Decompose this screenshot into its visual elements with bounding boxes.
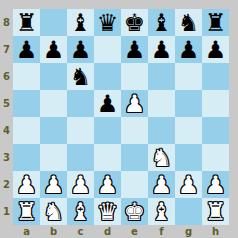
square-d2[interactable]: ♟ [94, 171, 121, 198]
file-label-a: a [13, 225, 40, 238]
rank-label-6: 6 [0, 63, 13, 90]
rank-label-5: 5 [0, 90, 13, 117]
piece-white-queen[interactable]: ♛ [97, 200, 119, 224]
piece-white-pawn[interactable]: ♟ [16, 173, 38, 197]
square-b8[interactable] [40, 9, 67, 36]
square-h5[interactable] [202, 90, 229, 117]
square-b3[interactable] [40, 144, 67, 171]
square-a8[interactable]: ♜ [13, 9, 40, 36]
square-g8[interactable]: ♞ [175, 9, 202, 36]
piece-white-pawn[interactable]: ♟ [70, 173, 92, 197]
square-e8[interactable]: ♚ [121, 9, 148, 36]
square-b6[interactable] [40, 63, 67, 90]
piece-black-rook[interactable]: ♜ [16, 11, 38, 35]
piece-white-bishop[interactable]: ♝ [151, 200, 173, 224]
square-g2[interactable]: ♟ [175, 171, 202, 198]
piece-black-pawn[interactable]: ♟ [124, 38, 146, 62]
square-e5[interactable]: ♟ [121, 90, 148, 117]
square-e6[interactable] [121, 63, 148, 90]
rank-label-7: 7 [0, 36, 13, 63]
piece-black-king[interactable]: ♚ [124, 11, 146, 35]
square-h7[interactable]: ♟ [202, 36, 229, 63]
square-f5[interactable] [148, 90, 175, 117]
square-g5[interactable] [175, 90, 202, 117]
square-e1[interactable]: ♚ [121, 198, 148, 225]
square-h8[interactable]: ♜ [202, 9, 229, 36]
square-a6[interactable] [13, 63, 40, 90]
square-g6[interactable] [175, 63, 202, 90]
square-d7[interactable] [94, 36, 121, 63]
square-f2[interactable]: ♟ [148, 171, 175, 198]
file-label-h: h [202, 225, 229, 238]
rank-label-1: 1 [0, 198, 13, 225]
piece-white-pawn[interactable]: ♟ [43, 173, 65, 197]
file-label-e: e [121, 225, 148, 238]
square-d5[interactable]: ♟ [94, 90, 121, 117]
square-d1[interactable]: ♛ [94, 198, 121, 225]
piece-black-bishop[interactable]: ♝ [70, 11, 92, 35]
rank-labels: 87654321 [0, 9, 13, 225]
square-a4[interactable] [13, 117, 40, 144]
square-c7[interactable]: ♟ [67, 36, 94, 63]
rank-label-8: 8 [0, 9, 13, 36]
piece-black-queen[interactable]: ♛ [97, 11, 119, 35]
square-e4[interactable] [121, 117, 148, 144]
file-label-d: d [94, 225, 121, 238]
rank-label-3: 3 [0, 144, 13, 171]
square-c3[interactable] [67, 144, 94, 171]
piece-white-pawn[interactable]: ♟ [97, 173, 119, 197]
piece-black-pawn[interactable]: ♟ [16, 38, 38, 62]
square-g3[interactable] [175, 144, 202, 171]
square-c6[interactable]: ♞ [67, 63, 94, 90]
square-h4[interactable] [202, 117, 229, 144]
square-c2[interactable]: ♟ [67, 171, 94, 198]
square-e3[interactable] [121, 144, 148, 171]
square-f1[interactable]: ♝ [148, 198, 175, 225]
piece-black-pawn[interactable]: ♟ [70, 38, 92, 62]
square-d3[interactable] [94, 144, 121, 171]
square-a7[interactable]: ♟ [13, 36, 40, 63]
square-f6[interactable] [148, 63, 175, 90]
piece-white-rook[interactable]: ♜ [205, 200, 227, 224]
piece-black-pawn[interactable]: ♟ [151, 38, 173, 62]
square-c5[interactable] [67, 90, 94, 117]
square-d4[interactable] [94, 117, 121, 144]
rank-label-2: 2 [0, 171, 13, 198]
file-labels: abcdefgh [13, 225, 229, 238]
piece-white-king[interactable]: ♚ [124, 200, 146, 224]
square-g7[interactable]: ♟ [175, 36, 202, 63]
piece-black-pawn[interactable]: ♟ [97, 92, 119, 116]
square-a2[interactable]: ♟ [13, 171, 40, 198]
piece-black-pawn[interactable]: ♟ [205, 38, 227, 62]
chess-board: ♜♝♛♚♝♞♜♟♟♟♟♟♟♟♞♟♟♞♟♟♟♟♟♟♟♜♞♝♛♚♝♜ [13, 9, 229, 225]
square-a1[interactable]: ♜ [13, 198, 40, 225]
file-label-g: g [175, 225, 202, 238]
square-e2[interactable] [121, 171, 148, 198]
square-g1[interactable] [175, 198, 202, 225]
square-f7[interactable]: ♟ [148, 36, 175, 63]
square-h2[interactable]: ♟ [202, 171, 229, 198]
square-h3[interactable] [202, 144, 229, 171]
square-g4[interactable] [175, 117, 202, 144]
piece-white-pawn[interactable]: ♟ [151, 173, 173, 197]
file-label-c: c [67, 225, 94, 238]
square-f3[interactable]: ♞ [148, 144, 175, 171]
square-h6[interactable] [202, 63, 229, 90]
file-label-b: b [40, 225, 67, 238]
piece-white-knight[interactable]: ♞ [43, 200, 65, 224]
square-b4[interactable] [40, 117, 67, 144]
square-b1[interactable]: ♞ [40, 198, 67, 225]
square-c1[interactable]: ♝ [67, 198, 94, 225]
piece-white-bishop[interactable]: ♝ [70, 200, 92, 224]
file-label-f: f [148, 225, 175, 238]
piece-white-pawn[interactable]: ♟ [124, 92, 146, 116]
piece-black-knight[interactable]: ♞ [70, 65, 92, 89]
square-a3[interactable] [13, 144, 40, 171]
piece-white-knight[interactable]: ♞ [151, 146, 173, 170]
piece-white-rook[interactable]: ♜ [16, 200, 38, 224]
square-c4[interactable] [67, 117, 94, 144]
piece-black-pawn[interactable]: ♟ [43, 38, 65, 62]
square-b5[interactable] [40, 90, 67, 117]
rank-label-4: 4 [0, 117, 13, 144]
piece-white-pawn[interactable]: ♟ [205, 173, 227, 197]
square-f4[interactable] [148, 117, 175, 144]
square-d6[interactable] [94, 63, 121, 90]
piece-black-rook[interactable]: ♜ [205, 11, 227, 35]
square-a5[interactable] [13, 90, 40, 117]
piece-black-knight[interactable]: ♞ [178, 11, 200, 35]
square-d8[interactable]: ♛ [94, 9, 121, 36]
square-b2[interactable]: ♟ [40, 171, 67, 198]
square-b7[interactable]: ♟ [40, 36, 67, 63]
square-e7[interactable]: ♟ [121, 36, 148, 63]
square-f8[interactable]: ♝ [148, 9, 175, 36]
square-c8[interactable]: ♝ [67, 9, 94, 36]
piece-black-pawn[interactable]: ♟ [178, 38, 200, 62]
piece-white-pawn[interactable]: ♟ [178, 173, 200, 197]
piece-black-bishop[interactable]: ♝ [151, 11, 173, 35]
square-h1[interactable]: ♜ [202, 198, 229, 225]
